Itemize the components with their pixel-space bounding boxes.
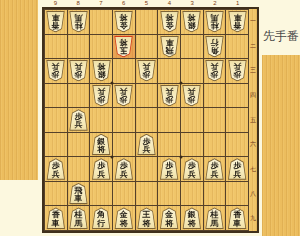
piece-face: 歩兵 bbox=[93, 159, 110, 179]
piece-face: 飛車 bbox=[70, 184, 87, 204]
square-27[interactable]: 歩兵 bbox=[204, 157, 227, 182]
star-point bbox=[111, 156, 114, 159]
piece-face: 銀将 bbox=[183, 12, 200, 32]
piece-sente-silver[interactable]: 銀将 bbox=[182, 207, 201, 229]
square-85[interactable]: 歩兵 bbox=[68, 108, 91, 133]
piece-face: 角行 bbox=[206, 37, 223, 57]
rank-label-2: 二 bbox=[249, 34, 257, 59]
rank-coordinate-labels: 一 二 三 四 五 六 七 八 九 bbox=[249, 9, 257, 231]
star-point bbox=[179, 156, 182, 159]
piece-sente-knight[interactable]: 桂馬 bbox=[69, 207, 88, 229]
square-81[interactable]: 桂馬 bbox=[68, 10, 91, 35]
square-35[interactable] bbox=[181, 108, 204, 133]
square-32[interactable] bbox=[181, 35, 204, 60]
square-83[interactable]: 歩兵 bbox=[68, 59, 91, 84]
piece-face: 歩兵 bbox=[229, 159, 246, 179]
square-25[interactable] bbox=[204, 108, 227, 133]
piece-gote-pawn[interactable]: 歩兵 bbox=[182, 85, 201, 107]
rank-label-8: 八 bbox=[249, 182, 257, 207]
piece-sente-pawn[interactable]: 歩兵 bbox=[92, 158, 111, 180]
square-61[interactable]: 金将 bbox=[113, 10, 136, 35]
file-label-8: 8 bbox=[67, 0, 90, 7]
square-18[interactable] bbox=[226, 182, 249, 207]
file-label-4: 4 bbox=[158, 0, 181, 7]
rank-label-6: 六 bbox=[249, 132, 257, 157]
piece-face: 歩兵 bbox=[115, 86, 132, 106]
piece-face: 歩兵 bbox=[229, 61, 246, 81]
piece-gote-knight[interactable]: 桂馬 bbox=[69, 11, 88, 33]
file-coordinate-labels: 9 8 7 6 5 4 3 2 1 bbox=[44, 0, 249, 7]
square-93[interactable]: 歩兵 bbox=[45, 59, 68, 84]
file-label-5: 5 bbox=[135, 0, 158, 7]
piece-face: 飛車 bbox=[161, 37, 178, 57]
square-11[interactable]: 香車 bbox=[226, 10, 249, 35]
square-29[interactable]: 桂馬 bbox=[204, 206, 227, 231]
piece-face: 銀将 bbox=[183, 208, 200, 228]
piece-gote-silver[interactable]: 銀将 bbox=[182, 11, 201, 33]
square-39[interactable]: 銀将 bbox=[181, 206, 204, 231]
piece-face: 歩兵 bbox=[138, 135, 155, 155]
square-66[interactable] bbox=[113, 133, 136, 158]
piece-gote-bishop[interactable]: 角行 bbox=[205, 36, 224, 58]
square-49[interactable]: 金将 bbox=[158, 206, 181, 231]
square-79[interactable]: 角行 bbox=[90, 206, 113, 231]
rank-label-4: 四 bbox=[249, 83, 257, 108]
square-84[interactable] bbox=[68, 84, 91, 109]
rank-label-3: 三 bbox=[249, 58, 257, 83]
square-72[interactable] bbox=[90, 35, 113, 60]
piece-sente-pawn[interactable]: 歩兵 bbox=[114, 158, 133, 180]
piece-face: 香車 bbox=[229, 208, 246, 228]
piece-face: 歩兵 bbox=[138, 61, 155, 81]
square-42[interactable]: 飛車 bbox=[158, 35, 181, 60]
square-56[interactable]: 歩兵 bbox=[136, 133, 159, 158]
piece-gote-gold[interactable]: 金将 bbox=[160, 11, 179, 33]
piece-face: 歩兵 bbox=[183, 86, 200, 106]
square-62[interactable]: 玉将 bbox=[113, 35, 136, 60]
piece-face: 王将 bbox=[138, 208, 155, 228]
square-74[interactable]: 歩兵 bbox=[90, 84, 113, 109]
piece-gote-pawn[interactable]: 歩兵 bbox=[228, 60, 247, 82]
rank-label-5: 五 bbox=[249, 108, 257, 133]
square-67[interactable]: 歩兵 bbox=[113, 157, 136, 182]
square-89[interactable]: 桂馬 bbox=[68, 206, 91, 231]
square-91[interactable]: 香車 bbox=[45, 10, 68, 35]
shogi-app-window: { "game": "shogi", "turn_indicator": "先手… bbox=[0, 0, 300, 236]
square-78[interactable] bbox=[90, 182, 113, 207]
file-label-1: 1 bbox=[226, 0, 249, 7]
piece-face: 桂馬 bbox=[206, 12, 223, 32]
piece-face: 歩兵 bbox=[47, 159, 64, 179]
piece-sente-lance[interactable]: 香車 bbox=[228, 207, 247, 229]
square-99[interactable]: 香車 bbox=[45, 206, 68, 231]
piece-sente-knight[interactable]: 桂馬 bbox=[205, 207, 224, 229]
piece-sente-pawn[interactable]: 歩兵 bbox=[160, 158, 179, 180]
piece-gote-pawn[interactable]: 歩兵 bbox=[160, 85, 179, 107]
square-34[interactable]: 歩兵 bbox=[181, 84, 204, 109]
star-point bbox=[179, 82, 182, 85]
square-55[interactable] bbox=[136, 108, 159, 133]
square-57[interactable] bbox=[136, 157, 159, 182]
gote-hand-tray bbox=[0, 0, 38, 180]
piece-face: 歩兵 bbox=[161, 86, 178, 106]
square-98[interactable] bbox=[45, 182, 68, 207]
piece-sente-pawn[interactable]: 歩兵 bbox=[137, 134, 156, 156]
piece-face: 歩兵 bbox=[115, 159, 132, 179]
square-73[interactable]: 銀将 bbox=[90, 59, 113, 84]
rank-label-7: 七 bbox=[249, 157, 257, 182]
square-58[interactable] bbox=[136, 182, 159, 207]
piece-gote-lance[interactable]: 香車 bbox=[228, 11, 247, 33]
square-33[interactable] bbox=[181, 59, 204, 84]
piece-gote-pawn[interactable]: 歩兵 bbox=[69, 60, 88, 82]
piece-face: 角行 bbox=[93, 208, 110, 228]
piece-gote-pawn[interactable]: 歩兵 bbox=[205, 60, 224, 82]
piece-face: 歩兵 bbox=[93, 86, 110, 106]
piece-sente-gold[interactable]: 金将 bbox=[160, 207, 179, 229]
square-69[interactable]: 金将 bbox=[113, 206, 136, 231]
square-31[interactable]: 銀将 bbox=[181, 10, 204, 35]
file-label-2: 2 bbox=[203, 0, 226, 7]
square-43[interactable] bbox=[158, 59, 181, 84]
square-95[interactable] bbox=[45, 108, 68, 133]
square-75[interactable] bbox=[90, 108, 113, 133]
piece-face: 桂馬 bbox=[206, 208, 223, 228]
piece-face: 桂馬 bbox=[70, 12, 87, 32]
piece-sente-pawn[interactable]: 歩兵 bbox=[46, 158, 65, 180]
file-label-7: 7 bbox=[90, 0, 113, 7]
square-28[interactable] bbox=[204, 182, 227, 207]
square-23[interactable]: 歩兵 bbox=[204, 59, 227, 84]
turn-indicator-label: 先手番 bbox=[262, 28, 300, 45]
file-label-3: 3 bbox=[181, 0, 204, 7]
piece-face: 香車 bbox=[229, 12, 246, 32]
square-92[interactable] bbox=[45, 35, 68, 60]
square-17[interactable]: 歩兵 bbox=[226, 157, 249, 182]
square-86[interactable] bbox=[68, 133, 91, 158]
piece-face: 歩兵 bbox=[70, 61, 87, 81]
square-51[interactable] bbox=[136, 10, 159, 35]
square-54[interactable] bbox=[136, 84, 159, 109]
piece-face: 銀将 bbox=[93, 135, 110, 155]
piece-gote-lance[interactable]: 香車 bbox=[46, 11, 65, 33]
square-38[interactable] bbox=[181, 182, 204, 207]
square-44[interactable]: 歩兵 bbox=[158, 84, 181, 109]
square-64[interactable]: 歩兵 bbox=[113, 84, 136, 109]
piece-sente-lance[interactable]: 香車 bbox=[46, 207, 65, 229]
square-12[interactable] bbox=[226, 35, 249, 60]
piece-gote-silver[interactable]: 銀将 bbox=[92, 60, 111, 82]
square-26[interactable] bbox=[204, 133, 227, 158]
square-71[interactable] bbox=[90, 10, 113, 35]
piece-gote-knight[interactable]: 桂馬 bbox=[205, 11, 224, 33]
piece-gote-king[interactable]: 玉将 bbox=[114, 36, 133, 58]
square-59[interactable]: 王将 bbox=[136, 206, 159, 231]
piece-sente-pawn[interactable]: 歩兵 bbox=[69, 109, 88, 131]
piece-sente-rook[interactable]: 飛車 bbox=[69, 183, 88, 205]
square-52[interactable] bbox=[136, 35, 159, 60]
file-label-6: 6 bbox=[112, 0, 135, 7]
square-63[interactable] bbox=[113, 59, 136, 84]
square-21[interactable]: 桂馬 bbox=[204, 10, 227, 35]
square-41[interactable]: 金将 bbox=[158, 10, 181, 35]
board-grid: 香車桂馬金将金将銀将桂馬香車玉将飛車角行歩兵歩兵銀将歩兵歩兵歩兵歩兵歩兵歩兵歩兵… bbox=[44, 9, 249, 231]
square-68[interactable] bbox=[113, 182, 136, 207]
square-94[interactable] bbox=[45, 84, 68, 109]
square-97[interactable]: 歩兵 bbox=[45, 157, 68, 182]
square-96[interactable] bbox=[45, 133, 68, 158]
square-77[interactable]: 歩兵 bbox=[90, 157, 113, 182]
piece-face: 歩兵 bbox=[183, 159, 200, 179]
shogi-board: 香車桂馬金将金将銀将桂馬香車玉将飛車角行歩兵歩兵銀将歩兵歩兵歩兵歩兵歩兵歩兵歩兵… bbox=[42, 7, 259, 233]
square-48[interactable] bbox=[158, 182, 181, 207]
square-36[interactable] bbox=[181, 133, 204, 158]
piece-face: 歩兵 bbox=[206, 61, 223, 81]
piece-sente-pawn[interactable]: 歩兵 bbox=[182, 158, 201, 180]
square-65[interactable] bbox=[113, 108, 136, 133]
piece-face: 桂馬 bbox=[70, 208, 87, 228]
star-point bbox=[111, 82, 114, 85]
sente-hand-tray bbox=[262, 55, 300, 236]
piece-face: 歩兵 bbox=[161, 159, 178, 179]
piece-face: 金将 bbox=[161, 208, 178, 228]
piece-face: 銀将 bbox=[93, 61, 110, 81]
piece-face: 玉将 bbox=[115, 37, 132, 57]
piece-sente-pawn[interactable]: 歩兵 bbox=[228, 158, 247, 180]
piece-face: 歩兵 bbox=[206, 159, 223, 179]
square-88[interactable]: 飛車 bbox=[68, 182, 91, 207]
piece-face: 金将 bbox=[115, 208, 132, 228]
piece-gote-pawn[interactable]: 歩兵 bbox=[137, 60, 156, 82]
piece-sente-pawn[interactable]: 歩兵 bbox=[205, 158, 224, 180]
piece-face: 金将 bbox=[115, 12, 132, 32]
piece-face: 歩兵 bbox=[70, 110, 87, 130]
square-47[interactable]: 歩兵 bbox=[158, 157, 181, 182]
square-16[interactable] bbox=[226, 133, 249, 158]
square-87[interactable] bbox=[68, 157, 91, 182]
square-13[interactable]: 歩兵 bbox=[226, 59, 249, 84]
square-15[interactable] bbox=[226, 108, 249, 133]
piece-gote-pawn[interactable]: 歩兵 bbox=[46, 60, 65, 82]
square-19[interactable]: 香車 bbox=[226, 206, 249, 231]
piece-sente-silver[interactable]: 銀将 bbox=[92, 134, 111, 156]
piece-face: 歩兵 bbox=[47, 61, 64, 81]
piece-face: 香車 bbox=[47, 208, 64, 228]
square-53[interactable]: 歩兵 bbox=[136, 59, 159, 84]
piece-gote-pawn[interactable]: 歩兵 bbox=[114, 85, 133, 107]
piece-gote-gold[interactable]: 金将 bbox=[114, 11, 133, 33]
square-46[interactable] bbox=[158, 133, 181, 158]
piece-gote-rook[interactable]: 飛車 bbox=[160, 36, 179, 58]
square-45[interactable] bbox=[158, 108, 181, 133]
square-22[interactable]: 角行 bbox=[204, 35, 227, 60]
piece-sente-king[interactable]: 王将 bbox=[137, 207, 156, 229]
square-82[interactable] bbox=[68, 35, 91, 60]
square-14[interactable] bbox=[226, 84, 249, 109]
square-37[interactable]: 歩兵 bbox=[181, 157, 204, 182]
square-76[interactable]: 銀将 bbox=[90, 133, 113, 158]
file-label-9: 9 bbox=[44, 0, 67, 7]
piece-face: 香車 bbox=[47, 12, 64, 32]
piece-gote-pawn[interactable]: 歩兵 bbox=[92, 85, 111, 107]
square-24[interactable] bbox=[204, 84, 227, 109]
piece-sente-gold[interactable]: 金将 bbox=[114, 207, 133, 229]
rank-label-9: 九 bbox=[249, 206, 257, 231]
piece-face: 金将 bbox=[161, 12, 178, 32]
piece-sente-bishop[interactable]: 角行 bbox=[92, 207, 111, 229]
rank-label-1: 一 bbox=[249, 9, 257, 34]
